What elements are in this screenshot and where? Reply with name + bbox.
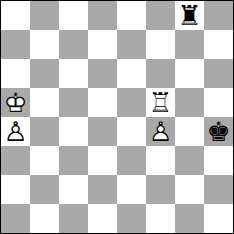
square-f7[interactable] bbox=[146, 30, 175, 59]
square-h4[interactable]: ♚ bbox=[204, 117, 233, 146]
square-h7[interactable] bbox=[204, 30, 233, 59]
square-a1[interactable] bbox=[1, 204, 30, 233]
square-c2[interactable] bbox=[59, 175, 88, 204]
square-b3[interactable] bbox=[30, 146, 59, 175]
square-a7[interactable] bbox=[1, 30, 30, 59]
square-d4[interactable] bbox=[88, 117, 117, 146]
square-b6[interactable] bbox=[30, 59, 59, 88]
square-g8[interactable]: ♜ bbox=[175, 1, 204, 30]
chess-diagram: ♜♚♔♜♖♟♙♟♙♚ bbox=[0, 0, 234, 234]
square-f4[interactable]: ♟♙ bbox=[146, 117, 175, 146]
square-c4[interactable] bbox=[59, 117, 88, 146]
square-g1[interactable] bbox=[175, 204, 204, 233]
square-h1[interactable] bbox=[204, 204, 233, 233]
square-c6[interactable] bbox=[59, 59, 88, 88]
square-g4[interactable] bbox=[175, 117, 204, 146]
square-f8[interactable] bbox=[146, 1, 175, 30]
white-pawn: ♟♙ bbox=[1, 117, 30, 146]
square-b4[interactable] bbox=[30, 117, 59, 146]
square-d2[interactable] bbox=[88, 175, 117, 204]
square-e2[interactable] bbox=[117, 175, 146, 204]
black-king: ♚ bbox=[204, 117, 233, 146]
square-e3[interactable] bbox=[117, 146, 146, 175]
square-c3[interactable] bbox=[59, 146, 88, 175]
square-h8[interactable] bbox=[204, 1, 233, 30]
square-d5[interactable] bbox=[88, 88, 117, 117]
square-h5[interactable] bbox=[204, 88, 233, 117]
square-e6[interactable] bbox=[117, 59, 146, 88]
square-d1[interactable] bbox=[88, 204, 117, 233]
square-g5[interactable] bbox=[175, 88, 204, 117]
square-a2[interactable] bbox=[1, 175, 30, 204]
square-h3[interactable] bbox=[204, 146, 233, 175]
square-f2[interactable] bbox=[146, 175, 175, 204]
square-b8[interactable] bbox=[30, 1, 59, 30]
square-e8[interactable] bbox=[117, 1, 146, 30]
square-c1[interactable] bbox=[59, 204, 88, 233]
square-a3[interactable] bbox=[1, 146, 30, 175]
square-g3[interactable] bbox=[175, 146, 204, 175]
square-e7[interactable] bbox=[117, 30, 146, 59]
square-f1[interactable] bbox=[146, 204, 175, 233]
square-d3[interactable] bbox=[88, 146, 117, 175]
square-d7[interactable] bbox=[88, 30, 117, 59]
square-g6[interactable] bbox=[175, 59, 204, 88]
square-b7[interactable] bbox=[30, 30, 59, 59]
square-e4[interactable] bbox=[117, 117, 146, 146]
square-e5[interactable] bbox=[117, 88, 146, 117]
chess-board: ♜♚♔♜♖♟♙♟♙♚ bbox=[0, 0, 234, 234]
square-h2[interactable] bbox=[204, 175, 233, 204]
white-pawn: ♟♙ bbox=[146, 117, 175, 146]
black-rook: ♜ bbox=[175, 1, 204, 30]
square-g2[interactable] bbox=[175, 175, 204, 204]
square-g7[interactable] bbox=[175, 30, 204, 59]
square-a8[interactable] bbox=[1, 1, 30, 30]
square-f3[interactable] bbox=[146, 146, 175, 175]
square-b2[interactable] bbox=[30, 175, 59, 204]
square-c8[interactable] bbox=[59, 1, 88, 30]
square-e1[interactable] bbox=[117, 204, 146, 233]
white-rook: ♜♖ bbox=[146, 88, 175, 117]
square-a6[interactable] bbox=[1, 59, 30, 88]
square-d6[interactable] bbox=[88, 59, 117, 88]
square-f5[interactable]: ♜♖ bbox=[146, 88, 175, 117]
square-c7[interactable] bbox=[59, 30, 88, 59]
square-a5[interactable]: ♚♔ bbox=[1, 88, 30, 117]
square-h6[interactable] bbox=[204, 59, 233, 88]
square-d8[interactable] bbox=[88, 1, 117, 30]
white-king: ♚♔ bbox=[1, 88, 30, 117]
square-b5[interactable] bbox=[30, 88, 59, 117]
square-b1[interactable] bbox=[30, 204, 59, 233]
square-c5[interactable] bbox=[59, 88, 88, 117]
square-a4[interactable]: ♟♙ bbox=[1, 117, 30, 146]
square-f6[interactable] bbox=[146, 59, 175, 88]
